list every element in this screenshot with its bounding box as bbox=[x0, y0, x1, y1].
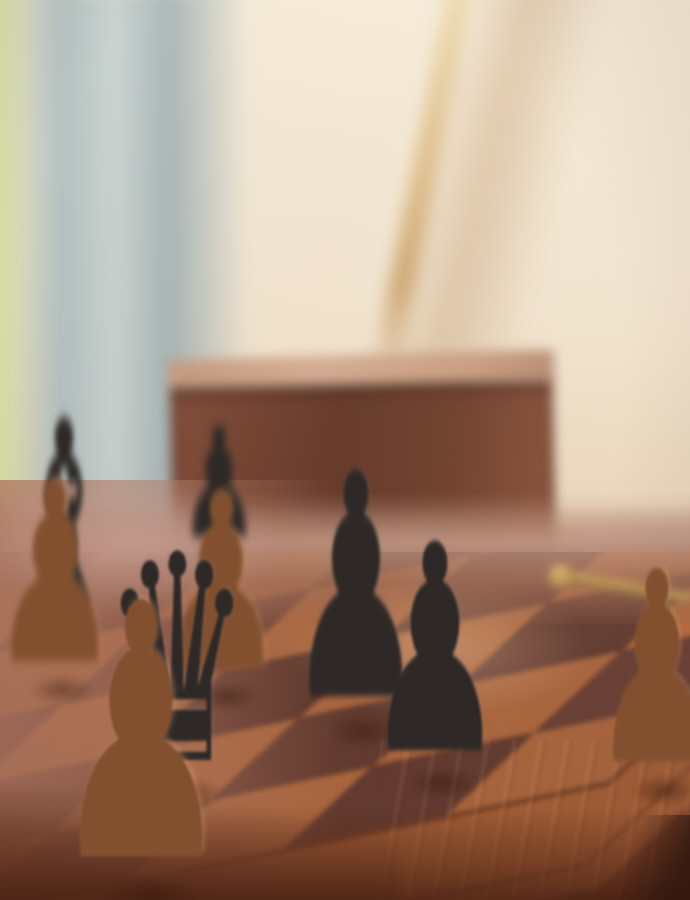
table-corner-shadow bbox=[555, 815, 690, 900]
wooden-box-shadow bbox=[178, 536, 566, 580]
curtain-background bbox=[0, 0, 690, 580]
board-square bbox=[123, 766, 373, 882]
board-square bbox=[622, 552, 690, 651]
film-tone-overlay bbox=[0, 0, 690, 900]
board-square bbox=[460, 569, 690, 685]
mauve-horizon-haze bbox=[0, 480, 290, 610]
chessboard-area bbox=[0, 552, 690, 900]
board-square bbox=[0, 800, 211, 900]
foreground-shadow bbox=[0, 790, 400, 900]
board-square bbox=[313, 552, 563, 588]
board-square bbox=[285, 733, 535, 849]
table-light-pool bbox=[290, 578, 590, 718]
board-square bbox=[0, 670, 225, 786]
dark-queen: ♛ bbox=[102, 518, 251, 805]
board-square bbox=[475, 552, 690, 554]
light-pawn: ♟ bbox=[592, 537, 690, 802]
board-square bbox=[0, 703, 63, 819]
dark-bishop: ♝ bbox=[12, 387, 117, 647]
board-square bbox=[0, 573, 78, 689]
board-square bbox=[0, 834, 49, 900]
brass-object bbox=[560, 571, 690, 605]
light-pawn: ♟ bbox=[0, 450, 120, 700]
vignette-overlay bbox=[0, 0, 690, 900]
board-square bbox=[548, 552, 690, 602]
photo-scene: ♝♟♟♟♛♟♟♟♟ bbox=[0, 0, 690, 900]
curtain-gold-fold bbox=[370, 0, 473, 387]
board-square bbox=[372, 651, 622, 767]
curtain-fold-shadow bbox=[351, 0, 618, 473]
wooden-box-lid bbox=[168, 350, 555, 394]
window-greenery bbox=[0, 0, 44, 628]
board-square bbox=[446, 699, 690, 815]
chessboard-border bbox=[0, 552, 690, 900]
board-square bbox=[225, 554, 475, 670]
chessboard-squares bbox=[0, 552, 690, 900]
board-square bbox=[0, 552, 165, 607]
board-square bbox=[137, 636, 387, 752]
light-pawn: ♟ bbox=[157, 462, 284, 707]
board-square bbox=[63, 588, 313, 704]
board-square bbox=[299, 602, 549, 718]
board-square bbox=[0, 752, 137, 868]
board-square bbox=[534, 617, 690, 733]
wooden-box-front bbox=[170, 380, 556, 562]
board-square bbox=[151, 552, 401, 621]
board-square bbox=[211, 684, 461, 800]
board-square bbox=[78, 552, 328, 573]
board-square bbox=[0, 552, 92, 559]
table-horizon-haze bbox=[0, 492, 690, 624]
wood-grain bbox=[380, 740, 690, 900]
left-blur-haze bbox=[0, 480, 340, 900]
table-front-edge-shadow bbox=[0, 808, 690, 900]
table-surface bbox=[0, 505, 690, 900]
light-pawn: ♟ bbox=[49, 558, 232, 900]
blue-curtain-fold bbox=[8, 0, 246, 628]
chess-pieces: ♝♟♟♟♛♟♟♟♟ bbox=[0, 0, 690, 900]
board-square bbox=[387, 552, 637, 636]
dark-pawn: ♟ bbox=[364, 508, 506, 795]
dark-pawn: ♟ bbox=[286, 433, 425, 744]
board-square bbox=[0, 552, 4, 640]
dark-pawn: ♟ bbox=[179, 408, 259, 561]
board-square bbox=[49, 718, 299, 834]
board-square bbox=[0, 621, 151, 737]
board-square bbox=[0, 552, 239, 655]
